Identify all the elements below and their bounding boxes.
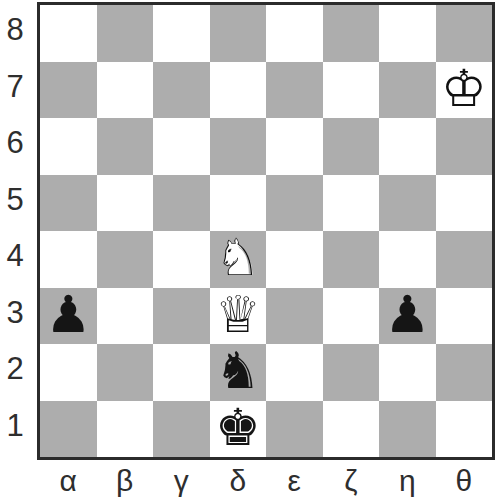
rank-label-7: 7 <box>0 59 30 116</box>
square-b1[interactable] <box>97 401 154 458</box>
rank-label-8: 8 <box>0 2 30 59</box>
square-b3[interactable] <box>97 288 154 345</box>
black-king-d1[interactable]: ♚ <box>210 401 267 458</box>
square-a4[interactable] <box>40 231 97 288</box>
square-b7[interactable] <box>97 62 154 119</box>
piece-fill: ♚ <box>441 63 487 114</box>
square-c5[interactable] <box>153 175 210 232</box>
square-c6[interactable] <box>153 118 210 175</box>
square-f6[interactable] <box>323 118 380 175</box>
square-f2[interactable] <box>323 344 380 401</box>
white-queen-d3[interactable]: ♛♕ <box>210 288 267 345</box>
square-f3[interactable] <box>323 288 380 345</box>
square-h2[interactable] <box>436 344 493 401</box>
square-c1[interactable] <box>153 401 210 458</box>
square-b6[interactable] <box>97 118 154 175</box>
square-e7[interactable] <box>266 62 323 119</box>
square-a8[interactable] <box>40 5 97 62</box>
piece-glyph: ♟ <box>384 289 430 340</box>
square-a6[interactable] <box>40 118 97 175</box>
square-g7[interactable] <box>379 62 436 119</box>
square-f8[interactable] <box>323 5 380 62</box>
square-e5[interactable] <box>266 175 323 232</box>
square-a2[interactable] <box>40 344 97 401</box>
piece-glyph: ♚ <box>215 402 261 453</box>
square-g1[interactable] <box>379 401 436 458</box>
square-g8[interactable] <box>379 5 436 62</box>
square-h4[interactable] <box>436 231 493 288</box>
rank-label-1: 1 <box>0 398 30 455</box>
square-b2[interactable] <box>97 344 154 401</box>
file-label-zeta: ζ <box>323 462 380 500</box>
square-h6[interactable] <box>436 118 493 175</box>
square-a3[interactable]: ♟ <box>40 288 97 345</box>
piece-outline: ♘ <box>215 232 261 283</box>
piece-outline: ♕ <box>215 289 261 340</box>
square-e2[interactable] <box>266 344 323 401</box>
file-label-alpha: α <box>40 462 97 500</box>
piece-fill: ♛ <box>215 289 261 340</box>
square-d3[interactable]: ♛♕ <box>210 288 267 345</box>
square-b5[interactable] <box>97 175 154 232</box>
square-h7[interactable]: ♚♔ <box>436 62 493 119</box>
piece-glyph: ♞ <box>215 345 261 396</box>
square-h8[interactable] <box>436 5 493 62</box>
square-e4[interactable] <box>266 231 323 288</box>
piece-outline: ♔ <box>441 63 487 114</box>
piece-fill: ♞ <box>215 232 261 283</box>
rank-label-2: 2 <box>0 341 30 398</box>
white-knight-d4[interactable]: ♞♘ <box>210 231 267 288</box>
square-d2[interactable]: ♞ <box>210 344 267 401</box>
square-g3[interactable]: ♟ <box>379 288 436 345</box>
square-c4[interactable] <box>153 231 210 288</box>
square-g2[interactable] <box>379 344 436 401</box>
square-e1[interactable] <box>266 401 323 458</box>
file-label-eta: η <box>379 462 436 500</box>
square-d8[interactable] <box>210 5 267 62</box>
square-d5[interactable] <box>210 175 267 232</box>
square-d4[interactable]: ♞♘ <box>210 231 267 288</box>
black-knight-d2[interactable]: ♞ <box>210 344 267 401</box>
white-king-h7[interactable]: ♚♔ <box>436 62 493 119</box>
square-f7[interactable] <box>323 62 380 119</box>
square-e6[interactable] <box>266 118 323 175</box>
rank-labels: 87654321 <box>0 2 30 454</box>
piece-glyph: ♟ <box>45 289 91 340</box>
rank-label-4: 4 <box>0 228 30 285</box>
square-c3[interactable] <box>153 288 210 345</box>
file-label-delta: δ <box>210 462 267 500</box>
square-d6[interactable] <box>210 118 267 175</box>
black-pawn-a3[interactable]: ♟ <box>40 288 97 345</box>
square-f4[interactable] <box>323 231 380 288</box>
square-g4[interactable] <box>379 231 436 288</box>
square-d7[interactable] <box>210 62 267 119</box>
square-h1[interactable] <box>436 401 493 458</box>
square-g5[interactable] <box>379 175 436 232</box>
black-pawn-g3[interactable]: ♟ <box>379 288 436 345</box>
square-d1[interactable]: ♚ <box>210 401 267 458</box>
rank-label-6: 6 <box>0 115 30 172</box>
file-label-theta: θ <box>436 462 493 500</box>
square-h5[interactable] <box>436 175 493 232</box>
square-g6[interactable] <box>379 118 436 175</box>
square-e8[interactable] <box>266 5 323 62</box>
square-f5[interactable] <box>323 175 380 232</box>
square-f1[interactable] <box>323 401 380 458</box>
chess-diagram: 87654321 ♚♔♞♘♟♛♕♟♞♚ αβγδεζηθ <box>0 0 500 500</box>
rank-label-3: 3 <box>0 285 30 342</box>
square-c2[interactable] <box>153 344 210 401</box>
square-a1[interactable] <box>40 401 97 458</box>
rank-label-5: 5 <box>0 172 30 229</box>
file-label-epsilon: ε <box>266 462 323 500</box>
square-c7[interactable] <box>153 62 210 119</box>
file-label-beta: β <box>97 462 154 500</box>
file-label-gamma: γ <box>153 462 210 500</box>
square-a5[interactable] <box>40 175 97 232</box>
square-b4[interactable] <box>97 231 154 288</box>
square-a7[interactable] <box>40 62 97 119</box>
chess-board: ♚♔♞♘♟♛♕♟♞♚ <box>37 2 495 460</box>
square-c8[interactable] <box>153 5 210 62</box>
square-h3[interactable] <box>436 288 493 345</box>
file-labels: αβγδεζηθ <box>40 462 492 500</box>
square-e3[interactable] <box>266 288 323 345</box>
square-b8[interactable] <box>97 5 154 62</box>
